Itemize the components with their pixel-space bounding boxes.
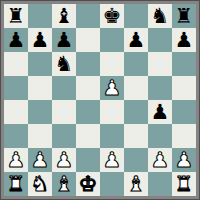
black-pawn[interactable]: ♟ xyxy=(127,28,146,52)
board-frame: ♜♝♚♞♜♟♟♟♟♟♞♟♟♟♟♟♟♟♟♜♞♝♚♝♜ xyxy=(0,0,200,200)
black-pawn[interactable]: ♟ xyxy=(55,28,74,52)
square-h8[interactable]: ♜ xyxy=(172,4,196,28)
white-bishop[interactable]: ♝ xyxy=(127,172,146,196)
square-a7[interactable]: ♟ xyxy=(4,28,28,52)
square-g3[interactable] xyxy=(148,124,172,148)
square-c7[interactable]: ♟ xyxy=(52,28,76,52)
black-knight[interactable]: ♞ xyxy=(151,4,170,28)
square-c3[interactable] xyxy=(52,124,76,148)
white-pawn[interactable]: ♟ xyxy=(103,76,122,100)
square-e5[interactable]: ♟ xyxy=(100,76,124,100)
black-pawn[interactable]: ♟ xyxy=(31,28,50,52)
square-g5[interactable] xyxy=(148,76,172,100)
square-g2[interactable]: ♟ xyxy=(148,148,172,172)
white-pawn[interactable]: ♟ xyxy=(7,148,26,172)
square-d2[interactable] xyxy=(76,148,100,172)
square-g1[interactable] xyxy=(148,172,172,196)
square-d5[interactable] xyxy=(76,76,100,100)
square-a4[interactable] xyxy=(4,100,28,124)
white-bishop[interactable]: ♝ xyxy=(55,172,74,196)
square-h2[interactable]: ♟ xyxy=(172,148,196,172)
white-pawn[interactable]: ♟ xyxy=(175,148,194,172)
black-bishop[interactable]: ♝ xyxy=(55,4,74,28)
black-rook[interactable]: ♜ xyxy=(7,4,26,28)
square-b8[interactable] xyxy=(28,4,52,28)
square-b2[interactable]: ♟ xyxy=(28,148,52,172)
black-knight[interactable]: ♞ xyxy=(55,52,74,76)
square-h7[interactable]: ♟ xyxy=(172,28,196,52)
white-pawn[interactable]: ♟ xyxy=(151,148,170,172)
square-g7[interactable] xyxy=(148,28,172,52)
black-pawn[interactable]: ♟ xyxy=(175,28,194,52)
square-e8[interactable]: ♚ xyxy=(100,4,124,28)
square-d4[interactable] xyxy=(76,100,100,124)
chess-board: ♜♝♚♞♜♟♟♟♟♟♞♟♟♟♟♟♟♟♟♜♞♝♚♝♜ xyxy=(4,4,196,196)
square-f1[interactable]: ♝ xyxy=(124,172,148,196)
square-b6[interactable] xyxy=(28,52,52,76)
black-pawn[interactable]: ♟ xyxy=(151,100,170,124)
white-pawn[interactable]: ♟ xyxy=(55,148,74,172)
square-h6[interactable] xyxy=(172,52,196,76)
square-a6[interactable] xyxy=(4,52,28,76)
square-f8[interactable] xyxy=(124,4,148,28)
square-a8[interactable]: ♜ xyxy=(4,4,28,28)
square-f3[interactable] xyxy=(124,124,148,148)
square-h3[interactable] xyxy=(172,124,196,148)
square-c5[interactable] xyxy=(52,76,76,100)
square-f4[interactable] xyxy=(124,100,148,124)
square-f7[interactable]: ♟ xyxy=(124,28,148,52)
square-h4[interactable] xyxy=(172,100,196,124)
square-c6[interactable]: ♞ xyxy=(52,52,76,76)
square-f5[interactable] xyxy=(124,76,148,100)
square-g4[interactable]: ♟ xyxy=(148,100,172,124)
square-c2[interactable]: ♟ xyxy=(52,148,76,172)
square-e2[interactable]: ♟ xyxy=(100,148,124,172)
square-c4[interactable] xyxy=(52,100,76,124)
square-e1[interactable] xyxy=(100,172,124,196)
black-pawn[interactable]: ♟ xyxy=(7,28,26,52)
square-d7[interactable] xyxy=(76,28,100,52)
square-c8[interactable]: ♝ xyxy=(52,4,76,28)
square-b3[interactable] xyxy=(28,124,52,148)
white-pawn[interactable]: ♟ xyxy=(31,148,50,172)
white-knight[interactable]: ♞ xyxy=(31,172,50,196)
square-d3[interactable] xyxy=(76,124,100,148)
square-a1[interactable]: ♜ xyxy=(4,172,28,196)
square-g8[interactable]: ♞ xyxy=(148,4,172,28)
square-d1[interactable]: ♚ xyxy=(76,172,100,196)
square-d6[interactable] xyxy=(76,52,100,76)
square-b1[interactable]: ♞ xyxy=(28,172,52,196)
square-f2[interactable] xyxy=(124,148,148,172)
square-e7[interactable] xyxy=(100,28,124,52)
square-a5[interactable] xyxy=(4,76,28,100)
black-rook[interactable]: ♜ xyxy=(175,4,194,28)
square-b5[interactable] xyxy=(28,76,52,100)
white-rook[interactable]: ♜ xyxy=(175,172,194,196)
square-h5[interactable] xyxy=(172,76,196,100)
white-king[interactable]: ♚ xyxy=(79,172,98,196)
square-f6[interactable] xyxy=(124,52,148,76)
square-e4[interactable] xyxy=(100,100,124,124)
square-a2[interactable]: ♟ xyxy=(4,148,28,172)
square-h1[interactable]: ♜ xyxy=(172,172,196,196)
square-a3[interactable] xyxy=(4,124,28,148)
square-c1[interactable]: ♝ xyxy=(52,172,76,196)
black-king[interactable]: ♚ xyxy=(103,4,122,28)
white-pawn[interactable]: ♟ xyxy=(103,148,122,172)
white-rook[interactable]: ♜ xyxy=(7,172,26,196)
square-e6[interactable] xyxy=(100,52,124,76)
square-e3[interactable] xyxy=(100,124,124,148)
square-g6[interactable] xyxy=(148,52,172,76)
square-d8[interactable] xyxy=(76,4,100,28)
square-b4[interactable] xyxy=(28,100,52,124)
square-b7[interactable]: ♟ xyxy=(28,28,52,52)
